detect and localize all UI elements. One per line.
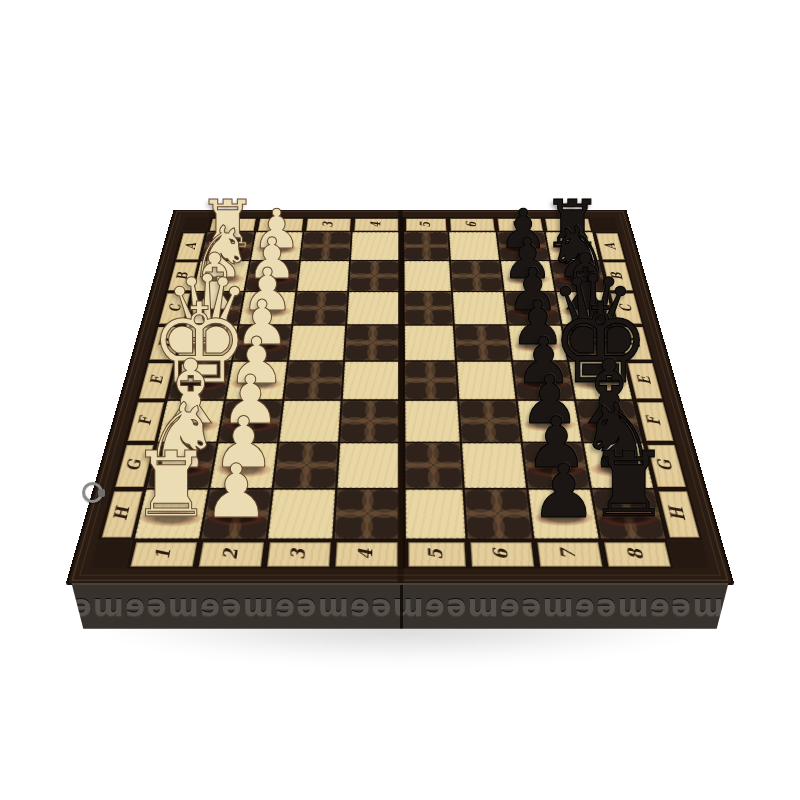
square-f4[interactable] [339, 400, 400, 442]
frame-corner [667, 539, 711, 568]
rank-label-bottom-6: 6 [467, 539, 537, 568]
black-rook[interactable]: ♜ [588, 440, 670, 531]
rank-label-bottom-8: 8 [600, 539, 674, 568]
label-plaque: 7 [537, 542, 602, 566]
square-e5[interactable] [400, 361, 458, 400]
square-c4[interactable] [346, 292, 400, 325]
label-plaque: 1 [130, 542, 197, 566]
square-a4[interactable] [350, 232, 400, 261]
carved-edge-pattern: ǝɯɘǝɯɘǝɯɘǝɯɘǝɯɘǝɯɘǝɯɘǝɯɘǝɯɘǝɯɘǝɯɘǝɯɘǝɯɘǝ… [71, 585, 728, 627]
square-c5[interactable] [400, 292, 454, 325]
square-b5[interactable] [400, 261, 452, 292]
rank-label-bottom-2: 2 [195, 539, 267, 568]
label-plaque: 5 [408, 542, 465, 566]
square-b4[interactable] [348, 261, 400, 292]
square-c6[interactable] [452, 292, 508, 325]
square-f5[interactable] [400, 400, 461, 442]
rank-label-bottom-1: 1 [126, 539, 200, 568]
label-text: 3 [320, 222, 337, 227]
square-d3[interactable] [288, 325, 346, 361]
rank-label-top-4: 4 [352, 217, 400, 232]
square-a3[interactable] [300, 232, 352, 261]
label-plaque: 8 [603, 542, 670, 566]
square-a6[interactable] [448, 232, 500, 261]
label-text: 3 [287, 548, 311, 559]
board-front-edge: ǝɯɘǝɯɘǝɯɘǝɯɘǝɯɘǝɯɘǝɯɘǝɯɘǝɯɘǝɯɘǝɯɘǝɯɘǝɯɘǝ… [71, 583, 728, 629]
label-text: 4 [355, 548, 378, 559]
square-d6[interactable] [454, 325, 512, 361]
square-b6[interactable] [450, 261, 504, 292]
square-d4[interactable] [344, 325, 400, 361]
label-text: 8 [624, 548, 649, 559]
square-c3[interactable] [292, 292, 348, 325]
square-d5[interactable] [400, 325, 456, 361]
square-f3[interactable] [278, 400, 341, 442]
label-plaque: 4 [354, 218, 398, 230]
chessboard-scene: 12345678AABBCCDDEEFFGGHH12345678 [0, 0, 800, 800]
square-b3[interactable] [296, 261, 350, 292]
square-h6[interactable] [464, 489, 534, 540]
square-g4[interactable] [336, 442, 400, 488]
label-text: 5 [425, 548, 448, 559]
label-plaque: 3 [267, 542, 331, 566]
square-e6[interactable] [456, 361, 517, 400]
black-pawn[interactable]: ♟ [530, 454, 597, 528]
clasp-icon [82, 482, 103, 503]
square-e4[interactable] [342, 361, 400, 400]
label-text: 6 [489, 548, 513, 559]
rank-label-bottom-7: 7 [533, 539, 605, 568]
label-plaque: 4 [335, 542, 397, 566]
label-plaque: 5 [406, 218, 447, 230]
label-plaque: 3 [306, 218, 351, 230]
rank-label-top-3: 3 [303, 217, 352, 232]
square-e3[interactable] [283, 361, 344, 400]
label-plaque: 2 [198, 542, 263, 566]
square-g3[interactable] [273, 442, 339, 488]
rank-label-bottom-3: 3 [263, 539, 333, 568]
label-text: 4 [368, 222, 384, 227]
white-pawn[interactable]: ♟ [203, 454, 270, 528]
rank-label-top-6: 6 [447, 217, 496, 232]
photo-background: 12345678AABBCCDDEEFFGGHH12345678 ǝɯɘǝɯɘǝ… [0, 0, 800, 800]
rank-label-bottom-5: 5 [400, 539, 468, 568]
label-text: 6 [463, 222, 480, 227]
square-h5[interactable] [400, 489, 467, 540]
label-plaque: 6 [470, 542, 534, 566]
label-text: 7 [557, 548, 582, 559]
square-a5[interactable] [400, 232, 450, 261]
label-plaque: 6 [450, 218, 495, 230]
square-g5[interactable] [400, 442, 464, 488]
rank-label-top-5: 5 [400, 217, 448, 232]
square-h3[interactable] [267, 489, 337, 540]
label-text: 1 [151, 548, 176, 559]
label-text: 2 [219, 548, 244, 559]
rank-label-bottom-4: 4 [332, 539, 400, 568]
label-text: 5 [417, 222, 433, 227]
square-g6[interactable] [461, 442, 527, 488]
square-h4[interactable] [333, 489, 400, 540]
white-rook[interactable]: ♜ [130, 440, 212, 531]
square-f6[interactable] [458, 400, 521, 442]
